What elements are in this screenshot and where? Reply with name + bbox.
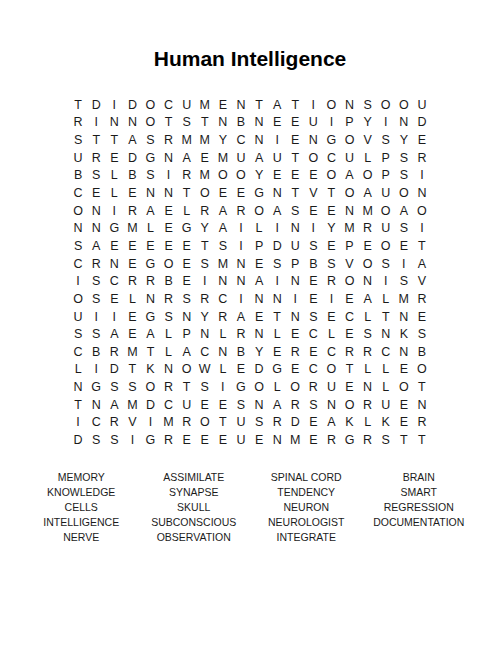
grid-cell-r20c1: D: [69, 431, 87, 449]
grid-cell-r13c15: E: [322, 308, 340, 326]
grid-cell-r17c2: G: [87, 378, 105, 396]
grid-cell-r10c9: M: [214, 255, 232, 273]
grid-cell-r14c3: A: [105, 325, 123, 343]
grid-cell-r6c12: N: [268, 184, 286, 202]
grid-cell-r8c12: I: [268, 219, 286, 237]
grid-cell-r18c19: E: [395, 396, 413, 414]
grid-cell-r18c1: T: [69, 396, 87, 414]
grid-cell-r3c17: V: [359, 131, 377, 149]
grid-cell-r18c4: M: [123, 396, 141, 414]
grid-cell-r8c17: R: [359, 219, 377, 237]
grid-cell-r14c12: L: [268, 325, 286, 343]
grid-cell-r7c18: O: [377, 202, 395, 220]
grid-cell-r8c7: G: [178, 219, 196, 237]
grid-cell-r10c8: S: [196, 255, 214, 273]
grid-cell-r3c18: S: [377, 131, 395, 149]
grid-cell-r5c18: P: [377, 167, 395, 185]
grid-cell-r17c7: T: [178, 378, 196, 396]
grid-cell-r2c19: N: [395, 114, 413, 132]
grid-cell-r4c3: E: [105, 149, 123, 167]
grid-cell-r20c19: T: [395, 431, 413, 449]
grid-cell-r18c14: S: [304, 396, 322, 414]
grid-cell-r13c8: Y: [196, 308, 214, 326]
grid-cell-r16c6: N: [160, 361, 178, 379]
grid-cell-r1c11: T: [250, 96, 268, 114]
grid-cell-r7c9: A: [214, 202, 232, 220]
grid-cell-r19c4: V: [123, 414, 141, 432]
grid-cell-r3c3: T: [105, 131, 123, 149]
word-item: SUBCONSCIOUS: [138, 515, 251, 530]
grid-cell-r1c16: N: [340, 96, 358, 114]
grid-cell-r14c20: S: [413, 325, 431, 343]
grid-cell-r2c7: S: [178, 114, 196, 132]
grid-cell-r17c15: U: [322, 378, 340, 396]
grid-cell-r8c5: L: [141, 219, 159, 237]
puzzle-title: Human Intelligence: [0, 0, 500, 71]
grid-cell-r9c1: S: [69, 237, 87, 255]
grid-cell-r16c18: L: [377, 361, 395, 379]
grid-cell-r4c15: C: [322, 149, 340, 167]
grid-cell-r15c3: R: [105, 343, 123, 361]
grid-cell-r13c5: G: [141, 308, 159, 326]
grid-cell-r14c4: E: [123, 325, 141, 343]
grid-cell-r4c17: L: [359, 149, 377, 167]
grid-cell-r17c8: S: [196, 378, 214, 396]
grid-cell-r5c1: B: [69, 167, 87, 185]
grid-cell-r2c14: U: [304, 114, 322, 132]
grid-cell-r8c11: L: [250, 219, 268, 237]
grid-cell-r6c2: E: [87, 184, 105, 202]
grid-cell-r19c11: S: [250, 414, 268, 432]
grid-cell-r18c20: N: [413, 396, 431, 414]
grid-cell-r11c20: V: [413, 272, 431, 290]
grid-cell-r10c7: E: [178, 255, 196, 273]
grid-cell-r8c9: A: [214, 219, 232, 237]
word-item: BRAIN: [363, 470, 476, 485]
grid-cell-r5c11: Y: [250, 167, 268, 185]
grid-cell-r5c5: S: [141, 167, 159, 185]
grid-cell-r7c20: O: [413, 202, 431, 220]
word-item: DOCUMENTATION: [363, 515, 476, 530]
grid-cell-r17c13: O: [286, 378, 304, 396]
grid-cell-r18c3: A: [105, 396, 123, 414]
grid-cell-r8c15: Y: [322, 219, 340, 237]
grid-cell-r9c4: E: [123, 237, 141, 255]
grid-cell-r11c9: N: [214, 272, 232, 290]
grid-cell-r9c16: P: [340, 237, 358, 255]
grid-cell-r3c7: M: [178, 131, 196, 149]
word-item: NEURON: [250, 500, 363, 515]
grid-cell-r18c6: C: [160, 396, 178, 414]
word-item: KNOWLEDGE: [25, 485, 138, 500]
grid-cell-r14c19: K: [395, 325, 413, 343]
grid-cell-r10c17: O: [359, 255, 377, 273]
grid-cell-r20c17: R: [359, 431, 377, 449]
grid-cell-r2c5: O: [141, 114, 159, 132]
grid-cell-r14c17: S: [359, 325, 377, 343]
grid-cell-r17c5: O: [141, 378, 159, 396]
grid-cell-r7c5: A: [141, 202, 159, 220]
grid-cell-r3c11: N: [250, 131, 268, 149]
grid-cell-r15c2: B: [87, 343, 105, 361]
grid-cell-r12c18: L: [377, 290, 395, 308]
grid-cell-r6c6: N: [160, 184, 178, 202]
grid-cell-r4c18: P: [377, 149, 395, 167]
grid-cell-r1c6: C: [160, 96, 178, 114]
grid-cell-r9c3: E: [105, 237, 123, 255]
grid-cell-r9c18: O: [377, 237, 395, 255]
grid-cell-r10c16: V: [340, 255, 358, 273]
grid-cell-r3c8: M: [196, 131, 214, 149]
grid-cell-r11c1: I: [69, 272, 87, 290]
grid-cell-r11c15: R: [322, 272, 340, 290]
grid-cell-r4c16: U: [340, 149, 358, 167]
grid-cell-r11c7: E: [178, 272, 196, 290]
grid-cell-r15c20: B: [413, 343, 431, 361]
grid-cell-r6c3: L: [105, 184, 123, 202]
grid-cell-r3c13: E: [286, 131, 304, 149]
grid-cell-r11c18: I: [377, 272, 395, 290]
grid-cell-r1c5: O: [141, 96, 159, 114]
grid-cell-r5c15: O: [322, 167, 340, 185]
grid-cell-r16c5: K: [141, 361, 159, 379]
grid-cell-r2c2: I: [87, 114, 105, 132]
grid-cell-r18c10: S: [232, 396, 250, 414]
grid-cell-r10c13: P: [286, 255, 304, 273]
grid-cell-r2c15: I: [322, 114, 340, 132]
grid-cell-r20c13: M: [286, 431, 304, 449]
grid-cell-r15c11: Y: [250, 343, 268, 361]
grid-cell-r20c12: N: [268, 431, 286, 449]
grid-cell-r5c6: I: [160, 167, 178, 185]
grid-cell-r20c8: E: [196, 431, 214, 449]
grid-cell-r7c16: N: [340, 202, 358, 220]
grid-cell-r5c2: S: [87, 167, 105, 185]
grid-cell-r12c13: I: [286, 290, 304, 308]
word-list: MEMORYASSIMILATESPINAL CORDBRAINKNOWLEDG…: [25, 470, 475, 545]
grid-cell-r18c15: N: [322, 396, 340, 414]
grid-cell-r9c5: E: [141, 237, 159, 255]
grid-cell-r3c16: O: [340, 131, 358, 149]
grid-cell-r4c7: A: [178, 149, 196, 167]
grid-cell-r20c7: E: [178, 431, 196, 449]
grid-cell-r6c16: O: [340, 184, 358, 202]
word-item: INTELLIGENCE: [25, 515, 138, 530]
grid-cell-r1c4: D: [123, 96, 141, 114]
grid-cell-r11c11: A: [250, 272, 268, 290]
grid-cell-r6c17: A: [359, 184, 377, 202]
grid-cell-r2c18: I: [377, 114, 395, 132]
grid-cell-r13c2: I: [87, 308, 105, 326]
grid-cell-r17c20: T: [413, 378, 431, 396]
grid-cell-r13c9: R: [214, 308, 232, 326]
grid-cell-r15c18: C: [377, 343, 395, 361]
grid-cell-r19c9: T: [214, 414, 232, 432]
grid-cell-r10c20: A: [413, 255, 431, 273]
grid-cell-r10c10: N: [232, 255, 250, 273]
grid-cell-r1c19: O: [395, 96, 413, 114]
grid-cell-r14c13: E: [286, 325, 304, 343]
grid-cell-r12c6: R: [160, 290, 178, 308]
grid-cell-r15c8: C: [196, 343, 214, 361]
grid-cell-r3c5: S: [141, 131, 159, 149]
grid-cell-r6c1: C: [69, 184, 87, 202]
grid-cell-r10c3: N: [105, 255, 123, 273]
grid-cell-r19c7: R: [178, 414, 196, 432]
grid-cell-r3c9: Y: [214, 131, 232, 149]
grid-cell-r6c13: T: [286, 184, 304, 202]
word-item: CELLS: [25, 500, 138, 515]
grid-cell-r13c20: E: [413, 308, 431, 326]
grid-cell-r5c8: M: [196, 167, 214, 185]
grid-cell-r3c20: E: [413, 131, 431, 149]
grid-cell-r10c4: E: [123, 255, 141, 273]
grid-cell-r13c16: C: [340, 308, 358, 326]
grid-cell-r19c3: R: [105, 414, 123, 432]
grid-cell-r8c14: I: [304, 219, 322, 237]
grid-cell-r10c18: S: [377, 255, 395, 273]
grid-cell-r7c17: M: [359, 202, 377, 220]
word-item: MEMORY: [25, 470, 138, 485]
grid-cell-r16c13: E: [286, 361, 304, 379]
grid-cell-r4c8: E: [196, 149, 214, 167]
grid-cell-r8c13: N: [286, 219, 304, 237]
grid-cell-r18c2: N: [87, 396, 105, 414]
grid-cell-r16c17: L: [359, 361, 377, 379]
grid-cell-r1c8: M: [196, 96, 214, 114]
grid-cell-r20c4: I: [123, 431, 141, 449]
grid-cell-r18c16: O: [340, 396, 358, 414]
grid-cell-r3c19: Y: [395, 131, 413, 149]
grid-cell-r18c11: N: [250, 396, 268, 414]
grid-cell-r12c5: N: [141, 290, 159, 308]
grid-cell-r15c4: M: [123, 343, 141, 361]
letter-grid: TDIDOCUMENTATIONSOOURINNOTSTNBNEEUIPYIND…: [69, 96, 431, 449]
grid-cell-r19c19: E: [395, 414, 413, 432]
grid-cell-r17c9: I: [214, 378, 232, 396]
grid-cell-r7c4: R: [123, 202, 141, 220]
grid-cell-r5c7: R: [178, 167, 196, 185]
grid-cell-r14c7: P: [178, 325, 196, 343]
grid-cell-r10c5: G: [141, 255, 159, 273]
grid-cell-r9c6: E: [160, 237, 178, 255]
grid-cell-r15c1: C: [69, 343, 87, 361]
grid-cell-r13c14: S: [304, 308, 322, 326]
grid-cell-r6c18: U: [377, 184, 395, 202]
grid-cell-r19c2: C: [87, 414, 105, 432]
grid-cell-r10c11: E: [250, 255, 268, 273]
grid-cell-r15c7: A: [178, 343, 196, 361]
grid-cell-r8c19: S: [395, 219, 413, 237]
grid-cell-r12c10: I: [232, 290, 250, 308]
grid-cell-r15c16: R: [340, 343, 358, 361]
grid-cell-r2c3: N: [105, 114, 123, 132]
grid-cell-r5c16: A: [340, 167, 358, 185]
grid-cell-r11c4: R: [123, 272, 141, 290]
grid-cell-r11c5: R: [141, 272, 159, 290]
grid-cell-r13c13: N: [286, 308, 304, 326]
grid-cell-r19c10: U: [232, 414, 250, 432]
grid-cell-r10c12: S: [268, 255, 286, 273]
grid-cell-r12c1: O: [69, 290, 87, 308]
grid-cell-r20c16: G: [340, 431, 358, 449]
grid-cell-r15c13: R: [286, 343, 304, 361]
grid-cell-r2c16: P: [340, 114, 358, 132]
grid-cell-r12c17: A: [359, 290, 377, 308]
grid-cell-r16c10: E: [232, 361, 250, 379]
grid-cell-r9c19: E: [395, 237, 413, 255]
grid-cell-r11c19: S: [395, 272, 413, 290]
grid-cell-r16c16: T: [340, 361, 358, 379]
grid-cell-r18c8: E: [196, 396, 214, 414]
grid-cell-r12c16: E: [340, 290, 358, 308]
grid-cell-r4c11: A: [250, 149, 268, 167]
grid-cell-r14c6: L: [160, 325, 178, 343]
grid-cell-r13c3: I: [105, 308, 123, 326]
grid-cell-r1c9: E: [214, 96, 232, 114]
grid-cell-r1c3: I: [105, 96, 123, 114]
grid-cell-r19c6: M: [160, 414, 178, 432]
word-item: NEUROLOGIST: [250, 515, 363, 530]
grid-cell-r2c17: Y: [359, 114, 377, 132]
grid-cell-r13c19: N: [395, 308, 413, 326]
grid-cell-r9c11: P: [250, 237, 268, 255]
grid-cell-r7c3: I: [105, 202, 123, 220]
grid-cell-r9c14: S: [304, 237, 322, 255]
grid-cell-r20c15: R: [322, 431, 340, 449]
grid-cell-r5c4: B: [123, 167, 141, 185]
grid-cell-r13c11: E: [250, 308, 268, 326]
grid-cell-r15c14: E: [304, 343, 322, 361]
grid-cell-r4c19: S: [395, 149, 413, 167]
grid-cell-r5c12: E: [268, 167, 286, 185]
grid-cell-r7c12: A: [268, 202, 286, 220]
grid-cell-r2c13: E: [286, 114, 304, 132]
grid-cell-r16c9: L: [214, 361, 232, 379]
grid-cell-r12c14: E: [304, 290, 322, 308]
grid-cell-r20c11: E: [250, 431, 268, 449]
grid-cell-r17c6: R: [160, 378, 178, 396]
grid-cell-r15c17: R: [359, 343, 377, 361]
grid-cell-r12c7: S: [178, 290, 196, 308]
grid-cell-r17c3: S: [105, 378, 123, 396]
grid-cell-r8c4: M: [123, 219, 141, 237]
grid-cell-r19c17: L: [359, 414, 377, 432]
grid-cell-r7c11: O: [250, 202, 268, 220]
grid-cell-r19c1: I: [69, 414, 87, 432]
word-item: INTEGRATE: [250, 530, 363, 545]
grid-cell-r6c14: V: [304, 184, 322, 202]
grid-cell-r10c1: C: [69, 255, 87, 273]
grid-cell-r2c4: N: [123, 114, 141, 132]
grid-cell-r3c1: S: [69, 131, 87, 149]
grid-cell-r10c15: S: [322, 255, 340, 273]
grid-cell-r11c16: O: [340, 272, 358, 290]
grid-cell-r12c19: M: [395, 290, 413, 308]
grid-cell-r18c7: U: [178, 396, 196, 414]
grid-cell-r12c11: N: [250, 290, 268, 308]
grid-cell-r11c17: N: [359, 272, 377, 290]
grid-cell-r16c12: G: [268, 361, 286, 379]
grid-cell-r2c20: D: [413, 114, 431, 132]
grid-cell-r9c9: S: [214, 237, 232, 255]
grid-cell-r19c5: I: [141, 414, 159, 432]
grid-cell-r1c18: O: [377, 96, 395, 114]
grid-cell-r17c14: R: [304, 378, 322, 396]
grid-cell-r4c10: U: [232, 149, 250, 167]
grid-cell-r2c1: R: [69, 114, 87, 132]
grid-cell-r6c11: G: [250, 184, 268, 202]
grid-cell-r4c2: R: [87, 149, 105, 167]
grid-cell-r20c6: R: [160, 431, 178, 449]
grid-cell-r15c12: E: [268, 343, 286, 361]
grid-cell-r9c8: T: [196, 237, 214, 255]
grid-cell-r14c18: N: [377, 325, 395, 343]
grid-cell-r16c15: O: [322, 361, 340, 379]
grid-cell-r19c12: R: [268, 414, 286, 432]
grid-cell-r16c19: E: [395, 361, 413, 379]
grid-cell-r19c8: O: [196, 414, 214, 432]
grid-cell-r15c15: C: [322, 343, 340, 361]
grid-cell-r7c15: E: [322, 202, 340, 220]
grid-cell-r10c19: I: [395, 255, 413, 273]
grid-cell-r4c5: G: [141, 149, 159, 167]
grid-cell-r13c12: T: [268, 308, 286, 326]
grid-cell-r10c2: R: [87, 255, 105, 273]
grid-cell-r3c2: T: [87, 131, 105, 149]
grid-cell-r19c15: A: [322, 414, 340, 432]
grid-cell-r17c11: O: [250, 378, 268, 396]
grid-cell-r2c11: N: [250, 114, 268, 132]
grid-cell-r5c20: I: [413, 167, 431, 185]
grid-cell-r16c7: O: [178, 361, 196, 379]
grid-cell-r12c3: E: [105, 290, 123, 308]
grid-cell-r12c4: L: [123, 290, 141, 308]
grid-cell-r12c15: I: [322, 290, 340, 308]
word-item: SPINAL CORD: [250, 470, 363, 485]
grid-cell-r3c12: I: [268, 131, 286, 149]
grid-cell-r16c2: I: [87, 361, 105, 379]
grid-cell-r18c9: E: [214, 396, 232, 414]
grid-cell-r8c6: E: [160, 219, 178, 237]
grid-cell-r2c10: B: [232, 114, 250, 132]
grid-cell-r16c11: D: [250, 361, 268, 379]
grid-cell-r15c19: N: [395, 343, 413, 361]
grid-cell-r9c13: U: [286, 237, 304, 255]
word-item: REGRESSION: [363, 500, 476, 515]
grid-cell-r7c19: A: [395, 202, 413, 220]
grid-cell-r7c6: E: [160, 202, 178, 220]
grid-cell-r6c7: T: [178, 184, 196, 202]
grid-cell-r4c9: M: [214, 149, 232, 167]
grid-cell-r1c14: I: [304, 96, 322, 114]
grid-cell-r2c9: N: [214, 114, 232, 132]
grid-cell-r12c9: C: [214, 290, 232, 308]
word-item: SYNAPSE: [138, 485, 251, 500]
grid-cell-r13c7: N: [178, 308, 196, 326]
grid-cell-r9c20: T: [413, 237, 431, 255]
grid-cell-r16c3: D: [105, 361, 123, 379]
grid-cell-r17c4: S: [123, 378, 141, 396]
grid-cell-r10c14: B: [304, 255, 322, 273]
grid-cell-r5c13: E: [286, 167, 304, 185]
word-item: OBSERVATION: [138, 530, 251, 545]
grid-cell-r20c18: S: [377, 431, 395, 449]
grid-cell-r18c12: A: [268, 396, 286, 414]
grid-cell-r19c16: K: [340, 414, 358, 432]
grid-cell-r8c3: G: [105, 219, 123, 237]
grid-cell-r12c8: R: [196, 290, 214, 308]
